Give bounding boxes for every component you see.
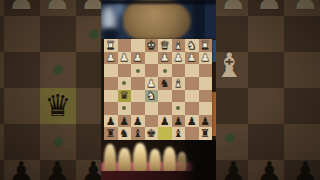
square-c7[interactable]: ♟: [172, 115, 186, 128]
bg-black-pawn-icon: ♟: [292, 158, 319, 180]
white-rook-icon: ♜: [106, 40, 116, 51]
square-g6[interactable]: [118, 102, 132, 115]
photo-shadow: [101, 0, 216, 4]
bg-white-bishop-icon: ♝: [216, 48, 244, 82]
square-e8[interactable]: ♚: [145, 127, 159, 140]
square-f4[interactable]: [131, 77, 145, 90]
real-piece: [133, 143, 147, 174]
white-pawn-icon: ♟: [119, 52, 129, 63]
bg-white-pawn-icon: ♟: [220, 0, 247, 14]
real-piece: [163, 147, 176, 174]
move-hint-dot: [122, 81, 126, 85]
square-a2[interactable]: ♟: [199, 52, 213, 65]
square-e4[interactable]: ♟: [145, 77, 159, 90]
square-e6[interactable]: [145, 102, 159, 115]
square-b3[interactable]: [185, 64, 199, 77]
white-knight-icon: ♞: [187, 40, 197, 51]
real-piece: [104, 144, 116, 174]
square-d8[interactable]: [158, 127, 172, 140]
black-rook-icon: ♜: [200, 128, 210, 139]
square-h6[interactable]: [104, 102, 118, 115]
square-c2[interactable]: ♟: [172, 52, 186, 65]
white-pawn-icon: ♟: [160, 52, 170, 63]
bg-black-pawn-icon: ♟: [44, 158, 71, 180]
square-g5[interactable]: ♛: [118, 90, 132, 103]
video-frame: ♟ ♟ ♟ ♛ ♟ ♟ ♟ ♟ ♟ ♟ ♝ ♟ ♟ ♟: [0, 0, 320, 180]
square-d2[interactable]: ♟: [158, 52, 172, 65]
square-h2[interactable]: ♟: [104, 52, 118, 65]
square-f2[interactable]: ♟: [131, 52, 145, 65]
square-a4[interactable]: [199, 77, 213, 90]
background-right-band: ♟ ♟ ♟ ♝ ♟ ♟ ♟: [216, 0, 320, 180]
white-pawn-icon: ♟: [133, 52, 143, 63]
square-b8[interactable]: [185, 127, 199, 140]
bg-white-pawn-icon: ♟: [8, 0, 35, 14]
square-h5[interactable]: [104, 90, 118, 103]
white-pawn-icon: ♟: [106, 52, 116, 63]
white-pawn-icon: ♟: [187, 52, 197, 63]
black-rook-icon: ♜: [106, 128, 116, 139]
square-d5[interactable]: [158, 90, 172, 103]
player-hair: [123, 0, 191, 40]
bg-move-hint-dot: [53, 137, 63, 147]
square-b6[interactable]: [185, 102, 199, 115]
white-rook-icon: ♜: [200, 40, 210, 51]
bg-black-queen-icon: ♛: [45, 91, 72, 121]
square-g8[interactable]: ♞: [118, 127, 132, 140]
square-d7[interactable]: ♟: [158, 115, 172, 128]
square-f3[interactable]: [131, 64, 145, 77]
black-pawn-icon: ♟: [173, 116, 183, 127]
white-bishop-icon: ♝: [173, 78, 183, 89]
square-f8[interactable]: ♝: [131, 127, 145, 140]
white-bishop-icon: ♝: [173, 40, 183, 51]
square-b7[interactable]: ♟: [185, 115, 199, 128]
square-c1[interactable]: ♝: [172, 39, 186, 52]
black-pawn-icon: ♟: [106, 116, 116, 127]
square-g7[interactable]: ♟: [118, 115, 132, 128]
black-pawn-icon: ♟: [160, 116, 170, 127]
square-g2[interactable]: ♟: [118, 52, 132, 65]
move-hint-dot: [136, 69, 140, 73]
square-e3[interactable]: [145, 64, 159, 77]
square-h7[interactable]: ♟: [104, 115, 118, 128]
square-e1[interactable]: ♚: [145, 39, 159, 52]
bg-white-pawn-icon: ♟: [44, 0, 71, 14]
photo-shadow: [193, 0, 205, 40]
square-a7[interactable]: ♟: [199, 115, 213, 128]
black-knight-icon: ♞: [119, 128, 129, 139]
white-pawn-icon: ♟: [200, 52, 210, 63]
real-pieces-photo: [101, 140, 216, 180]
square-b1[interactable]: ♞: [185, 39, 199, 52]
white-king-icon: ♚: [146, 40, 156, 51]
photo-shadow: [185, 140, 216, 180]
bg-black-pawn-icon: ♟: [8, 158, 35, 180]
square-g3[interactable]: [118, 64, 132, 77]
square-g1[interactable]: [118, 39, 132, 52]
square-c6[interactable]: [172, 102, 186, 115]
player-photo: [101, 0, 216, 40]
square-f1[interactable]: [131, 39, 145, 52]
square-f5[interactable]: [131, 90, 145, 103]
black-king-icon: ♚: [146, 128, 156, 139]
square-a8[interactable]: ♜: [199, 127, 213, 140]
black-queen-icon: ♛: [119, 90, 129, 101]
square-f6[interactable]: [131, 102, 145, 115]
square-b4[interactable]: [185, 77, 199, 90]
board-right-sliver: [212, 39, 216, 140]
square-a5[interactable]: [199, 90, 213, 103]
square-h3[interactable]: [104, 64, 118, 77]
square-h1[interactable]: ♜: [104, 39, 118, 52]
bg-black-pawn-icon: ♟: [220, 158, 247, 180]
bg-black-pawn-icon: ♟: [80, 158, 101, 180]
white-knight-icon: ♞: [146, 90, 156, 101]
black-pawn-icon: ♟: [200, 116, 210, 127]
board: ♜♚♛♝♞♜♟♟♟♟♟♟♟♟♞♝♛♞♟♟♟♟♟♟♟♜♞♝♚♝♜: [104, 39, 212, 140]
bg-zoomed-queen-square: ♛: [40, 88, 76, 124]
square-d4[interactable]: ♞: [158, 77, 172, 90]
bg-white-pawn-icon: ♟: [256, 0, 283, 14]
white-queen-icon: ♛: [160, 40, 170, 51]
white-pawn-icon: ♟: [173, 52, 183, 63]
square-a6[interactable]: [199, 102, 213, 115]
black-pawn-icon: ♟: [133, 116, 143, 127]
move-hint-dot: [163, 69, 167, 73]
photo-background: [212, 40, 216, 62]
square-c3[interactable]: [172, 64, 186, 77]
move-hint-dot: [122, 106, 126, 110]
bg-white-pawn-icon: ♟: [80, 0, 101, 14]
black-knight-icon: ♞: [160, 78, 170, 89]
square-e7[interactable]: [145, 115, 159, 128]
black-bishop-icon: ♝: [133, 128, 143, 139]
white-pawn-icon: ♟: [146, 78, 156, 89]
square-b5[interactable]: [185, 90, 199, 103]
square-d1[interactable]: ♛: [158, 39, 172, 52]
bg-move-hint-dot: [89, 29, 99, 39]
square-a1[interactable]: ♜: [199, 39, 213, 52]
square-e2[interactable]: [145, 52, 159, 65]
move-hint-dot: [176, 106, 180, 110]
square-c8[interactable]: ♝: [172, 127, 186, 140]
square-b2[interactable]: ♟: [185, 52, 199, 65]
square-c4[interactable]: ♝: [172, 77, 186, 90]
bg-move-hint-dot: [53, 65, 63, 75]
square-f7[interactable]: ♟: [131, 115, 145, 128]
square-c5[interactable]: [172, 90, 186, 103]
square-a3[interactable]: [199, 64, 213, 77]
square-h8[interactable]: ♜: [104, 127, 118, 140]
photo-background: [205, 0, 216, 40]
square-d3[interactable]: [158, 64, 172, 77]
square-h4[interactable]: [104, 77, 118, 90]
square-d6[interactable]: [158, 102, 172, 115]
bg-black-pawn-icon: ♟: [256, 158, 283, 180]
bg-move-hint-dot: [225, 133, 235, 143]
square-e5[interactable]: ♞: [145, 90, 159, 103]
black-pawn-icon: ♟: [187, 116, 197, 127]
square-g4[interactable]: [118, 77, 132, 90]
black-bishop-icon: ♝: [173, 128, 183, 139]
background-left-band: ♟ ♟ ♟ ♛ ♟ ♟ ♟: [0, 0, 101, 180]
black-pawn-icon: ♟: [119, 116, 129, 127]
bg-white-pawn-icon: ♟: [292, 0, 319, 14]
photo-background: [212, 92, 216, 136]
